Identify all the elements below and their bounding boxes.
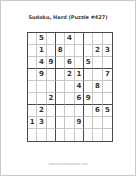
cell-r3c8 [93, 57, 102, 69]
cell-r5c3 [47, 81, 56, 93]
cell-r9c6 [75, 129, 84, 141]
cell-r5c1 [28, 81, 37, 93]
cell-r1c5: 4 [65, 33, 74, 45]
cell-r6c3: 2 [47, 93, 56, 105]
cell-r5c7 [84, 81, 93, 93]
puzzle-page: Sudoku, Hard (Puzzle #427) 5418234965921… [0, 0, 136, 176]
cell-r4c6: 1 [75, 69, 84, 81]
cell-r4c5: 2 [65, 69, 74, 81]
cell-r4c7 [84, 69, 93, 81]
cell-r6c7: 9 [84, 93, 93, 105]
cell-r7c8: 6 [93, 105, 102, 117]
cell-r3c2: 4 [37, 57, 46, 69]
page-title: Sudoku, Hard (Puzzle #427) [1, 14, 135, 20]
cell-r7c7 [84, 105, 93, 117]
cell-r7c1 [28, 105, 37, 117]
cell-r6c2 [37, 93, 46, 105]
cell-r1c6 [75, 33, 84, 45]
cell-r6c5 [65, 93, 74, 105]
cell-r1c7 [84, 33, 93, 45]
cell-r4c4 [56, 69, 65, 81]
cell-r3c7: 5 [84, 57, 93, 69]
cell-r5c8: 8 [93, 81, 102, 93]
footer-url: www.printfreesudoku.com [1, 162, 135, 166]
cell-r3c6 [75, 57, 84, 69]
cell-r6c4 [56, 93, 65, 105]
cell-r5c4 [56, 81, 65, 93]
cell-r1c2: 5 [37, 33, 46, 45]
cell-r9c7 [84, 129, 93, 141]
cell-r2c7 [84, 45, 93, 57]
cell-r4c1 [28, 69, 37, 81]
cell-r8c5 [65, 117, 74, 129]
cell-r5c2 [37, 81, 46, 93]
cell-r2c4: 8 [56, 45, 65, 57]
cell-r3c9 [103, 57, 112, 69]
cell-r7c2: 2 [37, 105, 46, 117]
cell-r4c2: 9 [37, 69, 46, 81]
cell-r8c7 [84, 117, 93, 129]
cell-r7c5 [65, 105, 74, 117]
cell-r9c1 [28, 129, 37, 141]
cell-r8c4 [56, 117, 65, 129]
cell-r5c9 [103, 81, 112, 93]
cell-r8c2: 3 [37, 117, 46, 129]
cell-r6c9 [103, 93, 112, 105]
cell-r3c1 [28, 57, 37, 69]
cell-r8c8 [93, 117, 102, 129]
cell-r1c1 [28, 33, 37, 45]
cell-r5c5 [65, 81, 74, 93]
cell-r9c9 [103, 129, 112, 141]
cell-r9c4 [56, 129, 65, 141]
cell-r7c6 [75, 105, 84, 117]
cell-r3c5: 6 [65, 57, 74, 69]
cell-r2c3 [47, 45, 56, 57]
cell-r5c6: 4 [75, 81, 84, 93]
cell-r2c9: 3 [103, 45, 112, 57]
cell-r2c1 [28, 45, 37, 57]
cell-r4c8 [93, 69, 102, 81]
cell-r9c8 [93, 129, 102, 141]
cell-r6c6: 6 [75, 93, 84, 105]
cell-r2c6 [75, 45, 84, 57]
cell-r9c5 [65, 129, 74, 141]
cell-r8c3 [47, 117, 56, 129]
cell-r2c5 [65, 45, 74, 57]
cell-r9c2 [37, 129, 46, 141]
cell-r4c3 [47, 69, 56, 81]
cell-r3c3: 9 [47, 57, 56, 69]
cell-r7c9: 5 [103, 105, 112, 117]
cell-r1c9 [103, 33, 112, 45]
cell-r1c8 [93, 33, 102, 45]
sudoku-board: 5418234965921748269265139 [27, 32, 113, 142]
cell-r8c9 [103, 117, 112, 129]
cell-r7c3 [47, 105, 56, 117]
cell-r6c1 [28, 93, 37, 105]
cell-r8c6: 9 [75, 117, 84, 129]
cell-r2c8: 2 [93, 45, 102, 57]
cell-r6c8 [93, 93, 102, 105]
cell-r1c4 [56, 33, 65, 45]
cell-r2c2: 1 [37, 45, 46, 57]
cell-r8c1: 1 [28, 117, 37, 129]
cell-r7c4 [56, 105, 65, 117]
cell-r9c3 [47, 129, 56, 141]
cell-r3c4 [56, 57, 65, 69]
cell-r1c3 [47, 33, 56, 45]
cell-r4c9: 7 [103, 69, 112, 81]
